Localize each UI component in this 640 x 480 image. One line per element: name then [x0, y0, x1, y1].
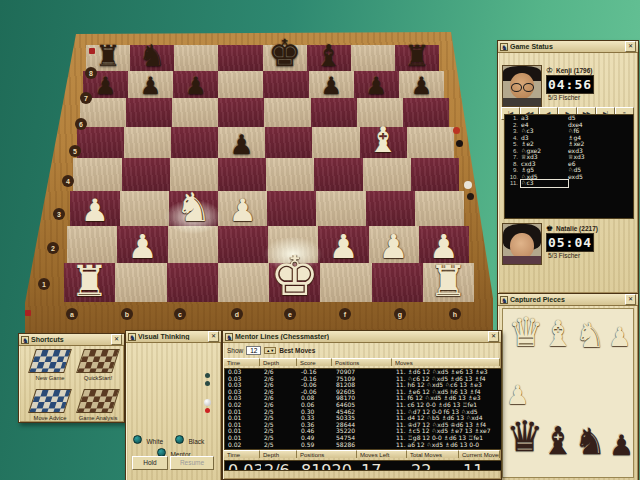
rank-label-2: 2: [47, 242, 59, 254]
mentor-cell-depth: 2/5: [261, 435, 298, 442]
mentor-cell-time: 0.03: [225, 376, 261, 383]
mentor-line-row[interactable]: 0.032/6-0.167090711. ♗d6 12 ♘xd5 ♗e6 13 …: [225, 369, 501, 376]
square-f3[interactable]: [316, 191, 365, 226]
mentor-cell-time: 0.01: [225, 415, 261, 422]
mentor-footer-time: 0.03: [225, 461, 261, 470]
square-d7[interactable]: [218, 71, 263, 98]
engine-indicator-dot: [205, 373, 210, 378]
mentor-footer-col: Depth: [260, 450, 297, 458]
board-frame-marker: [453, 127, 460, 134]
square-d8[interactable]: [218, 45, 262, 71]
mentor-cell-depth: 2/5: [261, 422, 298, 429]
mentor-cell-score: 0.36: [298, 422, 333, 429]
mentor-cell-time: 0.03: [225, 382, 261, 389]
mentor-cell-score: 0.06: [298, 402, 333, 409]
black-king-icon: ♚: [546, 224, 553, 233]
mentor-footer-col: Positions: [297, 450, 357, 458]
square-e6[interactable]: [264, 98, 310, 127]
mentor-cell-score: -0.06: [298, 382, 333, 389]
mentor-footer-depth: 2/6: [261, 461, 298, 470]
mentor-cell-score: 0.33: [298, 415, 333, 422]
mentor-footer-total_moves: 22: [408, 461, 460, 470]
black-player-name: Natalie (2217): [556, 225, 598, 232]
board-frame-marker: [25, 310, 31, 316]
mentor-cell-score: 0.49: [298, 435, 333, 442]
square-c6[interactable]: [172, 98, 218, 127]
shortcut-new-game[interactable]: New Game: [27, 349, 73, 381]
square-e7[interactable]: [263, 71, 308, 98]
mentor-cell-time: 0.01: [225, 422, 261, 429]
board-frame-marker: [464, 181, 472, 189]
white-player-name: Kenji (1796): [556, 67, 593, 74]
mentor-cell-time: 0.03: [225, 395, 261, 402]
square-b1[interactable]: [115, 263, 166, 302]
piece-black-knight-b8[interactable]: ♞: [139, 41, 166, 71]
close-icon[interactable]: ✕: [625, 41, 636, 52]
square-d2[interactable]: [218, 226, 268, 263]
piece-white-pawn-f2[interactable]: ♟: [329, 230, 359, 263]
mentor-cell-depth: 2/5: [261, 409, 298, 416]
mentor-footer-col: Time: [224, 450, 260, 458]
piece-black-pawn-h7[interactable]: ♟: [411, 74, 433, 98]
panel-title: Mentor Lines (Chessmaster): [235, 333, 329, 340]
red-dot-indicator: [205, 408, 210, 413]
black-clock: 05:04: [546, 233, 594, 252]
white-king-icon: ♔: [546, 66, 553, 75]
mentor-cell-moves: 11. c6 12 0-0 ♗d6 13 ♖fe1: [393, 402, 501, 409]
file-label-c: c: [174, 308, 186, 320]
mentor-cell-depth: 2/5: [261, 442, 298, 449]
mentor-line-row[interactable]: 0.012/50.304546211. ♘d7 12 0-0 f6 13 ♘xd…: [225, 409, 501, 416]
mentor-cell-positions: 50335: [333, 415, 393, 422]
piece-white-pawn-g2[interactable]: ♟: [379, 230, 409, 263]
close-icon[interactable]: ✕: [208, 331, 219, 342]
piece-black-rook-h8[interactable]: ♜: [404, 42, 430, 71]
file-label-d: d: [231, 308, 243, 320]
captured-white-piece: ♟: [506, 382, 529, 408]
piece-black-pawn-f7[interactable]: ♟: [320, 74, 342, 98]
mentor-cell-positions: 35220: [333, 428, 393, 435]
shortcut-label: Game Analysis: [75, 415, 121, 421]
shortcut-move-advice[interactable]: Move Advice: [27, 389, 73, 421]
square-d6[interactable]: [218, 98, 264, 127]
piece-white-pawn-b2[interactable]: ♟: [128, 230, 158, 263]
square-h6[interactable]: [403, 98, 449, 127]
black-player-photo: [502, 223, 542, 265]
shortcuts-titlebar[interactable]: ♞ Shortcuts ✕: [19, 334, 124, 346]
game-status-panel: ♞ Game Status ✕ ♔ Kenji (1796) 04:56 5/3…: [497, 40, 639, 294]
white-led-icon: [133, 435, 142, 444]
mentor-cell-positions: 81208: [333, 382, 393, 389]
mentor-cell-score: 0.30: [298, 409, 333, 416]
square-d1[interactable]: [218, 263, 269, 302]
mentor-cell-time: 0.03: [225, 369, 261, 376]
piece-black-bishop-f8[interactable]: ♝: [315, 41, 342, 71]
mentor-cell-depth: 2/5: [261, 415, 298, 422]
square-c1[interactable]: [167, 263, 218, 302]
shortcut-quickstart-[interactable]: QuickStart!: [75, 349, 121, 381]
square-c8[interactable]: [174, 45, 218, 71]
piece-black-pawn-d5[interactable]: ♟: [230, 131, 254, 158]
mentor-cell-positions: 54754: [333, 435, 393, 442]
mentor-cell-positions: 92605: [333, 389, 393, 396]
mentor-analysis-list[interactable]: 0.032/6-0.167090711. ♗d6 12 ♘xd5 ♗e6 13 …: [224, 368, 502, 450]
shortcut-board-icon: [28, 389, 72, 413]
file-label-a: a: [66, 308, 78, 320]
shortcut-label: Move Advice: [27, 415, 73, 421]
piece-black-rook-a8[interactable]: ♜: [95, 42, 121, 71]
square-e3[interactable]: [267, 191, 316, 226]
shortcut-board-icon: [76, 389, 120, 413]
mentor-footer-positions: 81920: [298, 461, 358, 470]
move-number: 11.: [505, 180, 521, 187]
square-h3[interactable]: [415, 191, 464, 226]
mentor-cell-moves: 11. ♖g8 12 0-0 ♗d6 13 ♖fe1: [393, 435, 501, 442]
piece-black-king-e8[interactable]: ♚: [268, 35, 301, 72]
piece-white-rook-a1[interactable]: ♜: [70, 260, 109, 303]
chessmaster-app: 12345678abcdefgh ♜♞♚♝♜♟♟♟♟♟♟♟♝♟♞♟♟♟♟♟♜♚♜…: [0, 0, 640, 480]
mentor-cell-score: -0.06: [298, 389, 333, 396]
black-time-control: 5/3 Fischer: [548, 252, 580, 259]
mentor-cell-moves: 11. ♘d7 12 0-0 f6 13 ♘xd5: [393, 409, 501, 416]
file-label-e: e: [284, 308, 296, 320]
white-clock: 04:56: [546, 75, 594, 94]
rank-label-3: 3: [53, 208, 65, 220]
mentor-cell-time: 0.03: [225, 389, 261, 396]
mentor-cell-moves: 11. h6 12 ♘xd5 ♘c6 13 ♗e3: [393, 382, 501, 389]
mentor-cell-score: -0.16: [298, 369, 333, 376]
spinner-icon[interactable]: ▲▼: [264, 347, 276, 354]
square-h5[interactable]: [407, 127, 454, 158]
square-g8[interactable]: [351, 45, 395, 71]
mentor-cell-positions: 75109: [333, 376, 393, 383]
mentor-cell-time: 0.02: [225, 442, 261, 449]
piece-black-pawn-c7[interactable]: ♟: [185, 74, 207, 98]
mentor-cell-time: 0.01: [225, 428, 261, 435]
shortcut-board-icon: [76, 349, 120, 373]
square-d4[interactable]: [218, 158, 266, 191]
mentor-footer-col: Total Moves: [407, 450, 459, 458]
shortcut-game-analysis[interactable]: Game Analysis: [75, 389, 121, 421]
captured-black-piece: ♛: [506, 416, 544, 458]
square-b6[interactable]: [126, 98, 172, 127]
mentor-col-depth[interactable]: Depth: [260, 358, 297, 366]
mentor-cell-depth: 2/6: [261, 389, 298, 396]
square-f5[interactable]: [312, 127, 359, 158]
white-move[interactable]: ♘c3: [521, 180, 568, 187]
square-f1[interactable]: [320, 263, 371, 302]
mentor-cell-moves: 11. a6 12 ♘xd5 ♗d6 13 0-0: [393, 442, 501, 449]
hold-button[interactable]: Hold: [132, 456, 168, 470]
mentor-cell-moves: 11. ♔d7 12 ♘xd5 ♔d6 13 ♗f4: [393, 422, 501, 429]
mentor-cell-positions: 70907: [333, 369, 393, 376]
mentor-cell-positions: 98170: [333, 395, 393, 402]
mentor-cell-score: 0.08: [298, 395, 333, 402]
mentor-line-row[interactable]: 0.032/6-0.069260511. ♗e6 12 ♘xd5 h6 13 ♗…: [225, 389, 501, 396]
square-f6[interactable]: [311, 98, 357, 127]
close-icon[interactable]: ✕: [111, 334, 122, 345]
rank-label-1: 1: [38, 278, 50, 290]
mentor-col-score[interactable]: Score: [297, 358, 332, 366]
square-e4[interactable]: [266, 158, 314, 191]
mentor-cell-score: 0.46: [298, 428, 333, 435]
mentor-titlebar[interactable]: ♞ Mentor Lines (Chessmaster) ✕: [223, 331, 501, 343]
mentor-footer-col: Current Move(s): [459, 450, 500, 458]
show-label: Show: [227, 347, 243, 354]
mentor-cell-moves: 11. f6 12 ♘xd5 ♗d6 13 ♗e3: [393, 395, 501, 402]
mentor-cell-depth: 2/6: [261, 376, 298, 383]
square-g1[interactable]: [372, 263, 423, 302]
white-time-control: 5/3 Fischer: [548, 94, 580, 101]
mentor-line-row[interactable]: 0.032/6-0.167510911. ♘c6 12 ♘xd5 ♗d6 13 …: [225, 376, 501, 383]
mentor-cell-score: -0.16: [298, 376, 333, 383]
piece-black-pawn-g7[interactable]: ♟: [366, 74, 388, 98]
square-g4[interactable]: [363, 158, 411, 191]
move-list[interactable]: 1.a3d52.e4dxe43.♘c3♘f64.d3♗g45.♗e2♗xe26.…: [504, 114, 634, 219]
shortcut-label: QuickStart!: [75, 375, 121, 381]
captured-white-piece: ♟: [608, 324, 631, 350]
square-b3[interactable]: [120, 191, 169, 226]
panel-knight-icon: ♞: [500, 43, 508, 51]
mentor-cell-score: 0.59: [298, 442, 333, 449]
white-ball-indicator: [204, 399, 211, 406]
mentor-line-row[interactable]: 0.032/6-0.068120811. h6 12 ♘xd5 ♘c6 13 ♗…: [225, 382, 501, 389]
shortcut-label: New Game: [27, 375, 73, 381]
mentor-footer-current: 11. ♘a6 12 ♘xd5: [460, 461, 501, 470]
resume-button[interactable]: Resume: [170, 456, 214, 470]
square-g3[interactable]: [366, 191, 415, 226]
game-status-titlebar[interactable]: ♞ Game Status ✕: [498, 41, 638, 53]
mentor-cell-moves: 11. ♗e6 12 ♘xd5 h6 13 ♗f4: [393, 389, 501, 396]
square-a5[interactable]: [77, 127, 124, 158]
file-label-f: f: [339, 308, 351, 320]
white-player-photo: [502, 65, 542, 107]
piece-black-pawn-b7[interactable]: ♟: [140, 74, 162, 98]
file-label-b: b: [121, 308, 133, 320]
piece-white-pawn-a3[interactable]: ♟: [81, 195, 109, 226]
square-c5[interactable]: [171, 127, 218, 158]
mentor-cell-depth: 2/6: [261, 395, 298, 402]
mentor-line-row[interactable]: 0.022/60.066460511. c6 12 0-0 ♗d6 13 ♖fe…: [225, 402, 501, 409]
panel-knight-icon: ♞: [128, 333, 136, 341]
file-label-g: g: [394, 308, 406, 320]
mentor-cell-depth: 2/6: [261, 369, 298, 376]
mentor-cell-depth: 2/6: [261, 382, 298, 389]
mentor-cell-moves: 11. d4 12 ♘b5 ♗d6 13 ♘xd4: [393, 415, 501, 422]
mentor-line-row[interactable]: 0.022/50.595828611. a6 12 ♘xd5 ♗d6 13 0-…: [225, 442, 501, 449]
mentor-cell-depth: 2/6: [261, 402, 298, 409]
mentor-cell-positions: 64605: [333, 402, 393, 409]
panel-title: Game Status: [510, 43, 553, 50]
board-3d: 12345678abcdefgh ♜♞♚♝♜♟♟♟♟♟♟♟♝♟♞♟♟♟♟♟♜♚♜: [0, 0, 505, 350]
mentor-lines-panel: ♞ Mentor Lines (Chessmaster) ✕ Show 12 ▲…: [222, 330, 502, 480]
mentor-line-row[interactable]: 0.012/50.362864411. ♔d7 12 ♘xd5 ♔d6 13 ♗…: [225, 422, 501, 429]
shortcuts-panel: ♞ Shortcuts ✕ New GameQuickStart!Move Ad…: [18, 333, 125, 423]
mentor-line-row[interactable]: 0.032/60.089817011. f6 12 ♘xd5 ♗d6 13 ♗e…: [225, 395, 501, 402]
board-frame-marker: [456, 140, 463, 147]
mentor-line-row[interactable]: 0.012/50.335033511. d4 12 ♘b5 ♗d6 13 ♘xd…: [225, 415, 501, 422]
mentor-cell-moves: 11. ♗c5 12 ♘xd5 ♗e7 13 ♗xe7: [393, 428, 501, 435]
captured-black-piece: ♝: [541, 422, 575, 460]
show-count-input[interactable]: 12: [246, 346, 261, 355]
mentor-col-moves[interactable]: Moves: [392, 358, 500, 366]
rank-label-6: 6: [75, 118, 87, 130]
captured-white-piece: ♞: [575, 318, 605, 352]
piece-white-knight-c3[interactable]: ♞: [175, 187, 211, 227]
rank-label-7: 7: [80, 92, 92, 104]
piece-white-bishop-g5[interactable]: ♝: [368, 123, 399, 158]
best-moves-label: Best Moves: [279, 347, 315, 354]
black-move[interactable]: [568, 180, 615, 187]
square-f4[interactable]: [314, 158, 362, 191]
piece-white-king-e1[interactable]: ♚: [270, 249, 319, 304]
rank-label-5: 5: [69, 145, 81, 157]
mentor-line-row[interactable]: 0.012/50.495475411. ♖g8 12 0-0 ♗d6 13 ♖f…: [225, 435, 501, 442]
engine-indicator-dot: [205, 381, 210, 386]
mentor-cell-positions: 45462: [333, 409, 393, 416]
square-a4[interactable]: [73, 158, 121, 191]
mentor-line-row[interactable]: 0.012/50.463522011. ♗c5 12 ♘xd5 ♗e7 13 ♗…: [225, 428, 501, 435]
rank-label-4: 4: [62, 175, 74, 187]
captured-black-piece: ♟: [609, 432, 634, 460]
square-h4[interactable]: [411, 158, 459, 191]
panel-knight-icon: ♞: [225, 333, 233, 341]
mentor-cell-time: 0.01: [225, 435, 261, 442]
board-frame-marker: [467, 193, 474, 200]
mentor-cell-positions: 28644: [333, 422, 393, 429]
square-b5[interactable]: [124, 127, 171, 158]
move-row[interactable]: 11.♘c3: [505, 180, 633, 187]
visual-thinking-titlebar[interactable]: ♞ Visual Thinking ✕: [126, 331, 221, 343]
shortcut-board-icon: [28, 349, 72, 373]
panel-title: Visual Thinking: [138, 333, 190, 340]
mentor-col-time[interactable]: Time: [224, 358, 260, 366]
panel-knight-icon: ♞: [21, 336, 29, 344]
mentor-cell-moves: 11. ♘c6 12 ♘xd5 ♗d6 13 ♗f4: [393, 376, 501, 383]
captured-pieces-panel: ♞ Captured Pieces ✕ ♛♝♞♟♟♛♝♞♟: [497, 293, 639, 480]
piece-white-pawn-d3[interactable]: ♟: [229, 195, 257, 226]
mentor-cell-depth: 2/5: [261, 428, 298, 435]
mentor-cell-positions: 58286: [333, 442, 393, 449]
mentor-col-positions[interactable]: Positions: [332, 358, 392, 366]
captured-white-piece: ♝: [542, 316, 574, 352]
file-label-h: h: [449, 308, 461, 320]
mentor-cell-time: 0.01: [225, 409, 261, 416]
square-e5[interactable]: [265, 127, 312, 158]
mentor-cell-time: 0.02: [225, 402, 261, 409]
panel-title: Shortcuts: [31, 336, 64, 343]
square-b4[interactable]: [122, 158, 170, 191]
piece-black-pawn-a7[interactable]: ♟: [95, 74, 117, 98]
mentor-footer-moves_left: 17: [358, 461, 408, 470]
piece-white-rook-h1[interactable]: ♜: [429, 260, 468, 303]
black-radio-label: Black: [188, 438, 204, 445]
mentor-footer-col: Moves Left: [357, 450, 407, 458]
mentor-status-row: 0.032/681920172211. ♘a6 12 ♘xd5: [224, 460, 502, 471]
captured-white-piece: ♛: [508, 312, 544, 352]
mentor-cell-moves: 11. ♗d6 12 ♘xd5 ♗e6 13 ♗e3: [393, 369, 501, 376]
close-icon[interactable]: ✕: [488, 331, 499, 342]
captured-black-piece: ♞: [574, 424, 606, 460]
